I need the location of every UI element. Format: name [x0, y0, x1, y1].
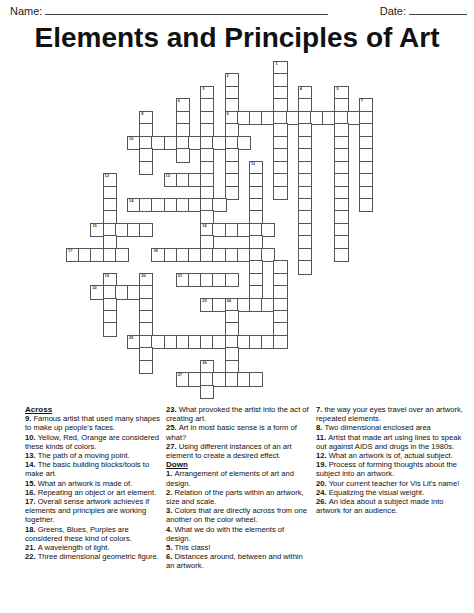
clue-number-badge: 26 — [202, 361, 206, 365]
clue-number-badge: 20 — [141, 274, 145, 278]
grid-cell[interactable] — [273, 186, 287, 200]
worksheet-page: Name: Date: Elements and Principles of A… — [0, 0, 474, 613]
grid-cell[interactable] — [139, 223, 153, 237]
clue-number-badge: 19 — [105, 274, 109, 278]
page-title: Elements and Principles of Art — [0, 22, 474, 54]
grid-cell[interactable] — [115, 248, 129, 262]
date-label: Date: — [380, 5, 406, 17]
clue-number-badge: 1 — [275, 62, 277, 66]
grid-cell[interactable] — [139, 161, 153, 175]
clue-item-number: 18. — [25, 525, 38, 534]
clue-item-number: 19. — [316, 460, 329, 469]
clue-item-number: 7. — [316, 405, 324, 414]
clue-item-number: 26. — [316, 497, 329, 506]
clue-item-number: 6. — [166, 552, 174, 561]
clue-column-1: Across9. Famous artist that used many sh… — [25, 405, 162, 561]
grid-cell[interactable] — [225, 273, 239, 287]
grid-cell[interactable] — [225, 186, 239, 200]
grid-cell[interactable] — [334, 248, 348, 262]
clue-column-2: 23. What provoked the artist into the ac… — [166, 405, 310, 571]
clue-item: 11. Artist that made art using lines to … — [316, 433, 468, 451]
clue-item-number: 3. — [166, 506, 174, 515]
clue-item-number: 25. — [166, 423, 179, 432]
clue-item-number: 2. — [166, 488, 174, 497]
clue-number-badge: 8 — [141, 112, 143, 116]
clue-item: 3. Colors that are directly across from … — [166, 506, 310, 524]
clue-item-number: 9. — [25, 414, 33, 423]
clue-item: 14. The basic building blocks/tools to m… — [25, 460, 162, 478]
grid-cell[interactable] — [176, 148, 190, 162]
name-input-line[interactable] — [45, 3, 328, 15]
clue-item-number: 16. — [25, 488, 38, 497]
clue-number-badge: 15 — [92, 224, 96, 228]
clue-number-badge: 25 — [129, 336, 133, 340]
clue-number-badge: 9 — [227, 112, 229, 116]
clue-number-badge: 4 — [300, 87, 302, 91]
clue-number-badge: 24 — [227, 299, 231, 303]
grid-cell[interactable] — [200, 385, 214, 399]
date-block: Date: — [380, 3, 467, 17]
clue-item: 12. What an artwork is of, actual subjec… — [316, 451, 468, 460]
clue-item: 18. Greens, Blues, Purples are considere… — [25, 525, 162, 543]
clue-number-badge: 2 — [227, 74, 229, 78]
clue-number-badge: 14 — [129, 199, 133, 203]
clue-number-badge: 11 — [251, 162, 255, 166]
clue-item: 22. Three dimensional geometric figure. — [25, 552, 162, 561]
clue-number-badge: 12 — [105, 174, 109, 178]
grid-cell[interactable] — [359, 198, 373, 212]
clue-number-badge: 22 — [92, 286, 96, 290]
clue-item: 17. Overall sense artwork achieves if el… — [25, 497, 162, 525]
clue-list-header: Across — [25, 405, 162, 414]
clue-item-number: 15. — [25, 479, 38, 488]
clue-number-badge: 23 — [202, 299, 206, 303]
clue-item-number: 13. — [25, 451, 38, 460]
clue-item-number: 11. — [316, 433, 328, 442]
clue-item-number: 1. — [166, 469, 174, 478]
clue-number-badge: 27 — [178, 373, 182, 377]
clue-item: 6. Distances around, between and within … — [166, 552, 310, 570]
clue-item: 24. Equalizing the visual weight. — [316, 488, 468, 497]
clue-number-badge: 6 — [178, 99, 180, 103]
name-label: Name: — [10, 5, 42, 17]
grid-cell[interactable] — [212, 198, 226, 212]
clue-item-number: 4. — [166, 525, 174, 534]
clue-column-3: 7. the way your eyes travel over an artw… — [316, 405, 468, 515]
header-row: Name: Date: — [10, 3, 467, 17]
clue-item-number: 17. — [25, 497, 38, 506]
grid-cell[interactable] — [139, 360, 153, 374]
grid-cell[interactable] — [103, 322, 117, 336]
clue-item: 25. Art in most basic sense is a form of… — [166, 423, 310, 441]
clue-item: 9. Famous artist that used many shapes t… — [25, 414, 162, 432]
grid-cell[interactable] — [237, 136, 251, 150]
clue-item: 4. What we do with the elements of desig… — [166, 525, 310, 543]
clue-item: 10. Yellow, Red, Orange are considered t… — [25, 433, 162, 451]
clue-item-number: 20. — [316, 479, 329, 488]
clue-number-badge: 5 — [336, 87, 338, 91]
clue-number-badge: 17 — [68, 249, 72, 253]
clue-item-number: 10. — [25, 433, 38, 442]
grid-cell[interactable] — [249, 372, 263, 386]
clue-number-badge: 10 — [129, 137, 133, 141]
clue-item: 2. Relation of the parts within an artwo… — [166, 488, 310, 506]
clue-number-badge: 3 — [202, 87, 204, 91]
grid-cell[interactable] — [298, 260, 312, 274]
clue-item-number: 8. — [316, 423, 324, 432]
clue-item-number: 5. — [166, 543, 174, 552]
date-input-line[interactable] — [409, 3, 467, 15]
clue-item: 13. The path of a moving point. — [25, 451, 162, 460]
clue-number-badge: 16 — [202, 224, 206, 228]
clue-item: 19. Process of forming thoughts about th… — [316, 460, 468, 478]
clue-number-badge: 18 — [153, 249, 157, 253]
clue-item: 27. Using different instances of an art … — [166, 442, 310, 460]
clue-item-number: 24. — [316, 488, 329, 497]
clue-number-badge: 13 — [166, 174, 170, 178]
clue-item-number: 21. — [25, 543, 38, 552]
clue-item-number: 27. — [166, 442, 179, 451]
clue-list-header: Down — [166, 460, 310, 469]
clue-item: 23. What provoked the artist into the ac… — [166, 405, 310, 423]
clue-item: 26. An idea about a subject made into ar… — [316, 497, 468, 515]
clue-item: 20. Your current teacher for Vis Lit's n… — [316, 479, 468, 488]
grid-cell[interactable] — [261, 223, 275, 237]
clue-item-number: 12. — [316, 451, 329, 460]
clue-item: 21. A wavelength of light. — [25, 543, 162, 552]
clue-item: 5. This class! — [166, 543, 310, 552]
clue-item-number: 22. — [25, 552, 38, 561]
clue-number-badge: 7 — [361, 99, 363, 103]
clue-item: 7. the way your eyes travel over an artw… — [316, 405, 468, 423]
clue-item: 8. Two dimensional enclosed area — [316, 423, 468, 432]
clue-item-number: 23. — [166, 405, 179, 414]
clue-item-number: 14. — [25, 460, 38, 469]
clue-number-badge: 21 — [178, 274, 182, 278]
clue-item: 16. Repeating an object or art element. — [25, 488, 162, 497]
clue-item: 1. Arrangement of elements of art and de… — [166, 469, 310, 487]
grid-cell[interactable] — [273, 335, 287, 349]
clue-item: 15. What an artwork is made of. — [25, 479, 162, 488]
